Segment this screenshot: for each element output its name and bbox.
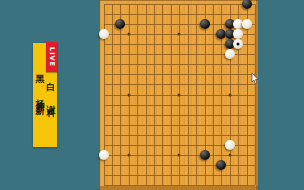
stone-white [233,29,243,39]
grid-line-vertical [188,4,189,185]
stone-black [242,0,252,9]
stone-black [200,150,210,160]
stone-white [242,19,252,29]
star-point [228,93,231,96]
black-side-label: 黑 [35,67,44,70]
last-move-marker [237,43,240,46]
grid-line-vertical [196,4,197,185]
white-player-name: 谢科 [46,98,55,104]
live-label: LIVE [48,47,55,67]
stone-white [225,140,235,150]
star-point [127,93,130,96]
white-side-label: 白 [46,75,55,78]
grid-line-horizontal [104,185,256,186]
grid-line-horizontal [104,175,256,176]
grid-line-horizontal [104,135,256,136]
stone-black [200,19,210,29]
star-point [127,153,130,156]
grid-line-horizontal [104,105,256,106]
star-point [178,33,181,36]
stone-white [99,150,109,160]
grid-line-vertical [213,4,214,185]
star-point [127,33,130,36]
live-badge: LIVE [46,42,57,72]
stone-white [233,39,243,49]
players-banner: LIVE 黑 白 杨鼎新 谢科 [33,43,57,147]
black-player-name: 杨鼎新 [35,92,44,101]
stone-black [216,160,226,170]
grid-line-vertical [247,4,248,185]
stone-white [99,29,109,39]
broadcast-screen: LIVE 黑 白 杨鼎新 谢科 [0,0,304,190]
board-right-edge [256,0,258,190]
grid-line-vertical [255,4,256,185]
stone-white [225,49,235,59]
star-point [228,153,231,156]
grid-line-horizontal [104,165,256,166]
stone-black [115,19,125,29]
star-point [178,93,181,96]
grid-line-horizontal [104,125,256,126]
star-point [178,153,181,156]
grid-line-horizontal [104,115,256,116]
left-panel: LIVE 黑 白 杨鼎新 谢科 [0,0,100,190]
go-board[interactable] [100,0,258,190]
